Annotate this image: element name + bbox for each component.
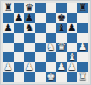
square-b7[interactable]: ♟ bbox=[14, 13, 25, 23]
black-knight: ♞ bbox=[25, 23, 34, 32]
square-e3[interactable] bbox=[46, 52, 57, 62]
square-g7[interactable] bbox=[67, 13, 78, 23]
black-pawn: ♟ bbox=[25, 13, 34, 22]
square-f8[interactable] bbox=[56, 3, 67, 13]
square-h2[interactable] bbox=[77, 62, 88, 72]
chess-board: ♜♛♜♟♟♚♟♞♝♟♞♛♟♝♟♟♟♟♚♜ bbox=[3, 3, 88, 82]
square-a6[interactable]: ♟ bbox=[3, 23, 14, 33]
square-h5[interactable] bbox=[77, 33, 88, 43]
square-f6[interactable]: ♝ bbox=[56, 23, 67, 33]
white-pawn: ♟ bbox=[4, 62, 13, 71]
square-f7[interactable]: ♚ bbox=[56, 13, 67, 23]
square-c7[interactable]: ♟ bbox=[24, 13, 35, 23]
square-g1[interactable] bbox=[67, 72, 78, 82]
black-rook: ♜ bbox=[78, 3, 87, 12]
square-g8[interactable] bbox=[67, 3, 78, 13]
square-b8[interactable] bbox=[14, 3, 25, 13]
black-pawn: ♟ bbox=[4, 23, 13, 32]
square-e5[interactable] bbox=[46, 33, 57, 43]
square-c1[interactable] bbox=[24, 72, 35, 82]
square-c8[interactable]: ♛ bbox=[24, 3, 35, 13]
square-c6[interactable]: ♞ bbox=[24, 23, 35, 33]
black-rook: ♜ bbox=[4, 3, 13, 12]
square-d8[interactable] bbox=[35, 3, 46, 13]
white-rook: ♜ bbox=[78, 72, 87, 81]
square-a8[interactable]: ♜ bbox=[3, 3, 14, 13]
white-pawn: ♟ bbox=[78, 43, 87, 52]
square-c4[interactable] bbox=[24, 43, 35, 53]
square-a2[interactable]: ♟ bbox=[3, 62, 14, 72]
square-a3[interactable] bbox=[3, 52, 14, 62]
square-h4[interactable]: ♟ bbox=[77, 43, 88, 53]
square-d1[interactable] bbox=[35, 72, 46, 82]
square-h1[interactable]: ♜ bbox=[77, 72, 88, 82]
square-c2[interactable]: ♟ bbox=[24, 62, 35, 72]
square-d3[interactable] bbox=[35, 52, 46, 62]
square-f3[interactable] bbox=[56, 52, 67, 62]
white-queen: ♛ bbox=[57, 43, 66, 52]
square-f4[interactable]: ♛ bbox=[56, 43, 67, 53]
square-e7[interactable] bbox=[46, 13, 57, 23]
square-b4[interactable] bbox=[14, 43, 25, 53]
square-g5[interactable] bbox=[67, 33, 78, 43]
square-g4[interactable] bbox=[67, 43, 78, 53]
square-d4[interactable] bbox=[35, 43, 46, 53]
square-a7[interactable] bbox=[3, 13, 14, 23]
black-pawn: ♟ bbox=[14, 13, 23, 22]
square-b1[interactable] bbox=[14, 72, 25, 82]
square-b2[interactable] bbox=[14, 62, 25, 72]
square-d5[interactable] bbox=[35, 33, 46, 43]
square-b6[interactable] bbox=[14, 23, 25, 33]
square-h3[interactable] bbox=[77, 52, 88, 62]
square-f1[interactable] bbox=[56, 72, 67, 82]
white-king: ♚ bbox=[46, 72, 55, 81]
square-h8[interactable]: ♜ bbox=[77, 3, 88, 13]
black-pawn: ♟ bbox=[68, 23, 77, 32]
square-h7[interactable] bbox=[77, 13, 88, 23]
square-f2[interactable]: ♟ bbox=[56, 62, 67, 72]
black-queen: ♛ bbox=[25, 3, 34, 12]
square-h6[interactable] bbox=[77, 23, 88, 33]
black-bishop: ♝ bbox=[57, 23, 66, 32]
square-e1[interactable]: ♚ bbox=[46, 72, 57, 82]
square-e6[interactable] bbox=[46, 23, 57, 33]
square-c5[interactable] bbox=[24, 33, 35, 43]
white-pawn: ♟ bbox=[25, 62, 34, 71]
chess-board-frame: ♜♛♜♟♟♚♟♞♝♟♞♛♟♝♟♟♟♟♚♜ bbox=[0, 0, 91, 85]
square-e2[interactable] bbox=[46, 62, 57, 72]
square-b5[interactable] bbox=[14, 33, 25, 43]
square-b3[interactable] bbox=[14, 52, 25, 62]
square-a5[interactable] bbox=[3, 33, 14, 43]
square-a4[interactable] bbox=[3, 43, 14, 53]
square-d2[interactable] bbox=[35, 62, 46, 72]
square-e4[interactable]: ♞ bbox=[46, 43, 57, 53]
square-g3[interactable]: ♝ bbox=[67, 52, 78, 62]
square-g6[interactable]: ♟ bbox=[67, 23, 78, 33]
square-d6[interactable] bbox=[35, 23, 46, 33]
white-pawn: ♟ bbox=[57, 62, 66, 71]
square-e8[interactable] bbox=[46, 3, 57, 13]
square-f5[interactable] bbox=[56, 33, 67, 43]
white-bishop: ♝ bbox=[68, 52, 77, 61]
black-king: ♚ bbox=[57, 13, 66, 22]
square-a1[interactable] bbox=[3, 72, 14, 82]
white-pawn: ♟ bbox=[68, 62, 77, 71]
white-knight: ♞ bbox=[46, 43, 55, 52]
square-d7[interactable] bbox=[35, 13, 46, 23]
square-g2[interactable]: ♟ bbox=[67, 62, 78, 72]
square-c3[interactable] bbox=[24, 52, 35, 62]
